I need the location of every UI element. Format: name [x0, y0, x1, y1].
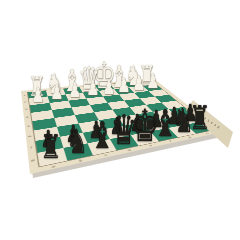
rank-label: 1 — [23, 95, 26, 96]
piece-white-pawn-b2[interactable]: ♟ — [51, 83, 64, 103]
piece-white-pawn-d2[interactable]: ♟ — [86, 79, 99, 99]
rank-label: 6 — [28, 135, 31, 138]
piece-white-pawn-e2[interactable]: ♟ — [102, 77, 115, 97]
piece-white-pawn-g2[interactable]: ♟ — [132, 74, 145, 94]
rank-label: 5 — [27, 125, 30, 127]
piece-white-pawn-c2[interactable]: ♟ — [69, 81, 82, 101]
piece-black-knight-b8[interactable]: ♞ — [67, 126, 89, 158]
rank-label: 4 — [26, 116, 29, 118]
rank-label: 2 — [24, 101, 27, 103]
piece-black-rook-a8[interactable]: ♜ — [41, 133, 62, 164]
rank-label: 8 — [31, 159, 35, 162]
piece-black-bishop-c8[interactable]: ♝ — [90, 119, 114, 154]
piece-white-pawn-a2[interactable]: ♟ — [32, 86, 45, 106]
rank-label: 3 — [25, 108, 28, 110]
piece-black-queen-d8[interactable]: ♛ — [111, 111, 137, 150]
product-photo-scene: a1b2c3d4e5f6g7h8 ♜♞♝♛♚♝♞♜♟♟♟♟♟♟♟♟♟♟♟♟♟♟♟… — [0, 0, 240, 240]
rank-label: 7 — [30, 147, 34, 150]
piece-white-pawn-h2[interactable]: ♟ — [146, 72, 159, 92]
piece-white-pawn-f2[interactable]: ♟ — [118, 76, 131, 96]
